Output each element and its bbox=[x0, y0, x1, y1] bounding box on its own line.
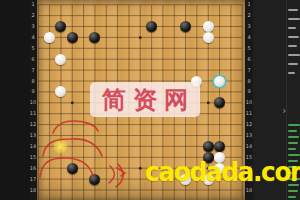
row-label: 2 bbox=[29, 13, 37, 18]
row-label: 11 bbox=[245, 111, 253, 116]
row-label: 15 bbox=[29, 155, 37, 160]
row-label: 14 bbox=[29, 144, 37, 149]
text-line bbox=[288, 130, 297, 132]
row-label: 9 bbox=[245, 89, 253, 94]
row-label: 13 bbox=[245, 133, 253, 138]
row-label: 10 bbox=[29, 100, 37, 105]
row-label: 1 bbox=[245, 2, 253, 7]
text-line bbox=[288, 148, 296, 150]
row-coordinates-left: 123456789101112131415161718 bbox=[29, 0, 37, 200]
row-label: 12 bbox=[245, 122, 253, 127]
left-dark-strip bbox=[0, 0, 30, 200]
text-line bbox=[288, 18, 300, 20]
row-label: 14 bbox=[245, 144, 253, 149]
row-label: 13 bbox=[29, 133, 37, 138]
center-watermark-text: 简资网 bbox=[95, 84, 195, 116]
text-line bbox=[288, 190, 298, 192]
row-label: 12 bbox=[29, 122, 37, 127]
text-line bbox=[288, 54, 300, 56]
row-label: 9 bbox=[29, 89, 37, 94]
text-line bbox=[288, 36, 299, 38]
row-label: 4 bbox=[29, 35, 37, 40]
row-label: 5 bbox=[245, 46, 253, 51]
row-label: 10 bbox=[245, 100, 253, 105]
row-label: 3 bbox=[29, 24, 37, 29]
row-label: 5 bbox=[29, 46, 37, 51]
row-label: 8 bbox=[245, 79, 253, 84]
text-line bbox=[288, 45, 297, 47]
go-app-screen: 123456789101112131415161718 123456789101… bbox=[0, 0, 300, 200]
chevron-right-icon[interactable]: › bbox=[282, 105, 286, 116]
text-line bbox=[288, 27, 296, 29]
row-label: 17 bbox=[29, 177, 37, 182]
text-line bbox=[288, 142, 298, 144]
text-line bbox=[288, 124, 300, 126]
text-line bbox=[288, 63, 298, 65]
text-line bbox=[288, 136, 299, 138]
row-label: 7 bbox=[29, 68, 37, 73]
row-label: 16 bbox=[29, 166, 37, 171]
row-label: 2 bbox=[245, 13, 253, 18]
row-label: 6 bbox=[245, 57, 253, 62]
center-watermark-box: 简资网 bbox=[90, 82, 200, 117]
row-label: 18 bbox=[29, 188, 37, 193]
text-line bbox=[288, 9, 298, 11]
bottom-watermark-text: caodada.com bbox=[145, 157, 300, 187]
row-label: 1 bbox=[29, 2, 37, 7]
row-label: 6 bbox=[29, 57, 37, 62]
text-line bbox=[288, 72, 295, 74]
row-label: 3 bbox=[245, 24, 253, 29]
row-label: 8 bbox=[29, 79, 37, 84]
text-line bbox=[288, 196, 296, 198]
row-label: 7 bbox=[245, 68, 253, 73]
row-label: 18 bbox=[245, 188, 253, 193]
row-label: 4 bbox=[245, 35, 253, 40]
row-label: 11 bbox=[29, 111, 37, 116]
